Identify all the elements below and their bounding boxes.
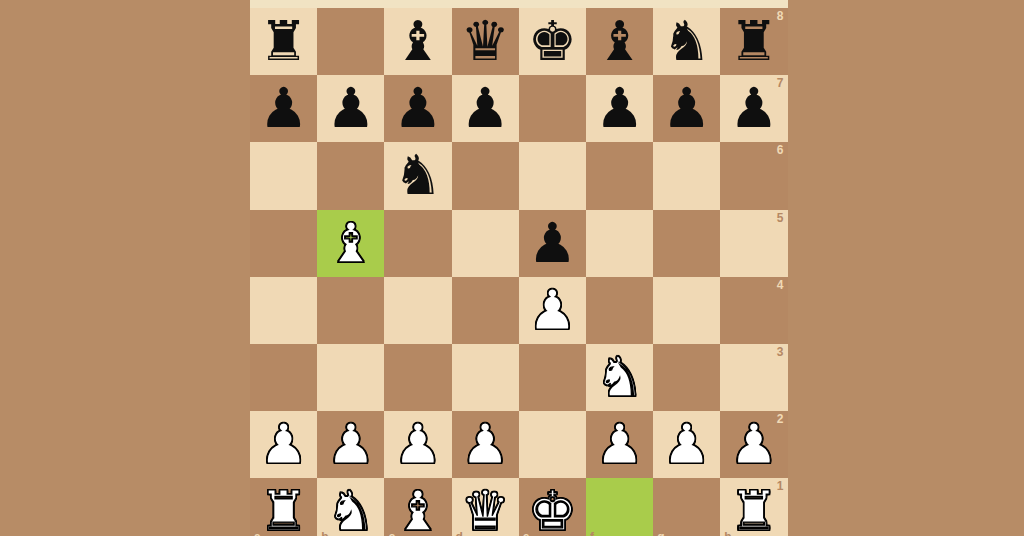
square-c4[interactable]	[384, 277, 451, 344]
square-g5[interactable]	[653, 210, 720, 277]
square-g1[interactable]: g	[653, 478, 720, 536]
square-h2[interactable]: ♟2	[720, 411, 787, 478]
square-h1[interactable]: ♜1h	[720, 478, 787, 536]
piece-white-bishop[interactable]: ♝	[317, 210, 384, 277]
square-e6[interactable]	[519, 142, 586, 209]
square-b3[interactable]	[317, 344, 384, 411]
coord-rank-4: 4	[777, 278, 784, 292]
piece-white-pawn[interactable]: ♟	[384, 411, 451, 478]
chess-board[interactable]: ♜♝♛♚♝♞♜8♟♟♟♟♟♟♟7♞6♝♟5♟4♞3♟♟♟♟♟♟♟2♜a♞b♝c♛…	[250, 8, 788, 536]
piece-white-pawn[interactable]: ♟	[519, 277, 586, 344]
square-f1[interactable]: f	[586, 478, 653, 536]
square-b4[interactable]	[317, 277, 384, 344]
coord-file-g: g	[657, 530, 664, 536]
square-a8[interactable]: ♜	[250, 8, 317, 75]
square-b5[interactable]: ♝	[317, 210, 384, 277]
coord-file-d: d	[456, 530, 463, 536]
square-e3[interactable]	[519, 344, 586, 411]
coord-file-a: a	[254, 530, 261, 536]
square-h5[interactable]: 5	[720, 210, 787, 277]
square-g2[interactable]: ♟	[653, 411, 720, 478]
coord-file-h: h	[724, 530, 731, 536]
square-g6[interactable]	[653, 142, 720, 209]
square-c7[interactable]: ♟	[384, 75, 451, 142]
square-h6[interactable]: 6	[720, 142, 787, 209]
square-g4[interactable]	[653, 277, 720, 344]
piece-white-knight[interactable]: ♞	[586, 344, 653, 411]
square-e4[interactable]: ♟	[519, 277, 586, 344]
square-b8[interactable]	[317, 8, 384, 75]
square-f3[interactable]: ♞	[586, 344, 653, 411]
piece-white-pawn[interactable]: ♟	[452, 411, 519, 478]
square-d3[interactable]	[452, 344, 519, 411]
square-c3[interactable]	[384, 344, 451, 411]
piece-black-pawn[interactable]: ♟	[452, 75, 519, 142]
piece-black-pawn[interactable]: ♟	[250, 75, 317, 142]
coord-rank-2: 2	[777, 412, 784, 426]
coord-file-b: b	[321, 530, 328, 536]
square-g7[interactable]: ♟	[653, 75, 720, 142]
piece-white-knight[interactable]: ♞	[317, 478, 384, 536]
square-c2[interactable]: ♟	[384, 411, 451, 478]
square-f4[interactable]	[586, 277, 653, 344]
square-b1[interactable]: ♞b	[317, 478, 384, 536]
square-f5[interactable]	[586, 210, 653, 277]
square-a3[interactable]	[250, 344, 317, 411]
coord-rank-7: 7	[777, 76, 784, 90]
page: ♜♝♛♚♝♞♜8♟♟♟♟♟♟♟7♞6♝♟5♟4♞3♟♟♟♟♟♟♟2♜a♞b♝c♛…	[0, 0, 1024, 536]
square-a2[interactable]: ♟	[250, 411, 317, 478]
piece-white-pawn[interactable]: ♟	[317, 411, 384, 478]
piece-black-bishop[interactable]: ♝	[586, 8, 653, 75]
square-e7[interactable]	[519, 75, 586, 142]
coord-rank-6: 6	[777, 143, 784, 157]
square-d6[interactable]	[452, 142, 519, 209]
square-g3[interactable]	[653, 344, 720, 411]
square-h8[interactable]: ♜8	[720, 8, 787, 75]
square-a7[interactable]: ♟	[250, 75, 317, 142]
piece-black-pawn[interactable]: ♟	[519, 210, 586, 277]
piece-black-pawn[interactable]: ♟	[586, 75, 653, 142]
square-d7[interactable]: ♟	[452, 75, 519, 142]
piece-black-pawn[interactable]: ♟	[317, 75, 384, 142]
coord-rank-8: 8	[777, 9, 784, 23]
square-e2[interactable]	[519, 411, 586, 478]
square-f8[interactable]: ♝	[586, 8, 653, 75]
square-e1[interactable]: ♚e	[519, 478, 586, 536]
square-g8[interactable]: ♞	[653, 8, 720, 75]
coord-file-e: e	[523, 530, 530, 536]
piece-black-king[interactable]: ♚	[519, 8, 586, 75]
square-d1[interactable]: ♛d	[452, 478, 519, 536]
square-d5[interactable]	[452, 210, 519, 277]
piece-black-knight[interactable]: ♞	[653, 8, 720, 75]
square-c5[interactable]	[384, 210, 451, 277]
square-e5[interactable]: ♟	[519, 210, 586, 277]
coord-rank-3: 3	[777, 345, 784, 359]
piece-black-rook[interactable]: ♜	[250, 8, 317, 75]
piece-white-king[interactable]: ♚	[519, 478, 586, 536]
square-d8[interactable]: ♛	[452, 8, 519, 75]
piece-white-bishop[interactable]: ♝	[384, 478, 451, 536]
piece-white-pawn[interactable]: ♟	[586, 411, 653, 478]
piece-white-pawn[interactable]: ♟	[250, 411, 317, 478]
piece-white-pawn[interactable]: ♟	[653, 411, 720, 478]
piece-black-queen[interactable]: ♛	[452, 8, 519, 75]
square-c8[interactable]: ♝	[384, 8, 451, 75]
square-d4[interactable]	[452, 277, 519, 344]
square-h3[interactable]: 3	[720, 344, 787, 411]
square-b7[interactable]: ♟	[317, 75, 384, 142]
piece-black-knight[interactable]: ♞	[384, 142, 451, 209]
coord-rank-1: 1	[777, 479, 784, 493]
square-a6[interactable]	[250, 142, 317, 209]
piece-white-rook[interactable]: ♜	[250, 478, 317, 536]
square-h4[interactable]: 4	[720, 277, 787, 344]
square-a1[interactable]: ♜a	[250, 478, 317, 536]
square-d2[interactable]: ♟	[452, 411, 519, 478]
coord-file-f: f	[590, 530, 594, 536]
square-a4[interactable]	[250, 277, 317, 344]
piece-white-queen[interactable]: ♛	[452, 478, 519, 536]
coord-file-c: c	[388, 530, 395, 536]
square-f6[interactable]	[586, 142, 653, 209]
square-b6[interactable]	[317, 142, 384, 209]
square-c1[interactable]: ♝c	[384, 478, 451, 536]
piece-black-pawn[interactable]: ♟	[384, 75, 451, 142]
square-a5[interactable]	[250, 210, 317, 277]
square-b2[interactable]: ♟	[317, 411, 384, 478]
top-strip	[250, 0, 788, 8]
coord-rank-5: 5	[777, 211, 784, 225]
square-c6[interactable]: ♞	[384, 142, 451, 209]
piece-black-bishop[interactable]: ♝	[384, 8, 451, 75]
square-f2[interactable]: ♟	[586, 411, 653, 478]
square-f7[interactable]: ♟	[586, 75, 653, 142]
square-h7[interactable]: ♟7	[720, 75, 787, 142]
piece-black-pawn[interactable]: ♟	[653, 75, 720, 142]
square-e8[interactable]: ♚	[519, 8, 586, 75]
